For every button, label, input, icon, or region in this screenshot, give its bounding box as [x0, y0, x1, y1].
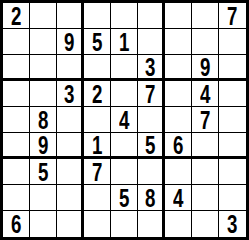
cell-r3c1[interactable]	[3, 55, 30, 81]
sudoku-board: 2795139327484791565758463	[0, 0, 249, 240]
given-digit: 9	[64, 29, 74, 55]
cell-r1c7[interactable]	[165, 3, 192, 29]
cell-r3c8[interactable]: 9	[192, 55, 219, 81]
cell-r2c9[interactable]	[219, 29, 246, 55]
cell-r6c4[interactable]: 1	[84, 133, 111, 159]
given-digit: 3	[227, 211, 237, 237]
cell-r8c7[interactable]: 4	[165, 185, 192, 211]
cell-r7c1[interactable]	[3, 159, 30, 185]
given-digit: 9	[200, 55, 210, 80]
cell-r7c6[interactable]	[138, 159, 165, 185]
cell-r9c8[interactable]	[192, 211, 219, 237]
given-digit: 6	[173, 133, 183, 158]
cell-r3c9[interactable]	[219, 55, 246, 81]
cell-r2c5[interactable]: 1	[111, 29, 138, 55]
given-digit: 8	[145, 185, 155, 211]
cell-r7c3[interactable]	[57, 159, 84, 185]
cell-r4c6[interactable]: 7	[138, 81, 165, 107]
cell-r6c7[interactable]: 6	[165, 133, 192, 159]
cell-r9c7[interactable]	[165, 211, 192, 237]
given-digit: 2	[92, 81, 102, 107]
given-digit: 5	[38, 159, 48, 185]
cell-r6c1[interactable]	[3, 133, 30, 159]
cell-r3c4[interactable]	[84, 55, 111, 81]
cell-r3c5[interactable]	[111, 55, 138, 81]
cell-r9c5[interactable]	[111, 211, 138, 237]
cell-r8c2[interactable]	[30, 185, 57, 211]
cell-r2c7[interactable]	[165, 29, 192, 55]
cell-r4c4[interactable]: 2	[84, 81, 111, 107]
cell-r2c3[interactable]: 9	[57, 29, 84, 55]
given-digit: 7	[200, 107, 210, 133]
cell-r2c2[interactable]	[30, 29, 57, 55]
given-digit: 6	[11, 211, 21, 237]
given-digit: 3	[64, 81, 74, 107]
given-digit: 5	[92, 29, 102, 55]
cell-r5c3[interactable]	[57, 107, 84, 133]
cell-r8c1[interactable]	[3, 185, 30, 211]
cell-r5c5[interactable]: 4	[111, 107, 138, 133]
cell-r2c6[interactable]	[138, 29, 165, 55]
cell-r5c2[interactable]: 8	[30, 107, 57, 133]
cell-r7c4[interactable]: 7	[84, 159, 111, 185]
cell-r7c2[interactable]: 5	[30, 159, 57, 185]
cell-r6c9[interactable]	[219, 133, 246, 159]
cell-r9c3[interactable]	[57, 211, 84, 237]
cell-r6c5[interactable]	[111, 133, 138, 159]
cell-r4c9[interactable]	[219, 81, 246, 107]
cell-r6c3[interactable]	[57, 133, 84, 159]
cell-r9c9[interactable]: 3	[219, 211, 246, 237]
cell-r9c1[interactable]: 6	[3, 211, 30, 237]
cell-r7c9[interactable]	[219, 159, 246, 185]
given-digit: 1	[119, 29, 129, 55]
cell-r4c5[interactable]	[111, 81, 138, 107]
cell-r8c5[interactable]: 5	[111, 185, 138, 211]
cell-r5c8[interactable]: 7	[192, 107, 219, 133]
cell-r1c3[interactable]	[57, 3, 84, 29]
cell-r1c4[interactable]	[84, 3, 111, 29]
given-digit: 8	[38, 107, 48, 133]
given-digit: 5	[119, 185, 129, 211]
cell-r3c6[interactable]: 3	[138, 55, 165, 81]
cell-r9c6[interactable]	[138, 211, 165, 237]
given-digit: 4	[200, 81, 210, 107]
cell-r8c4[interactable]	[84, 185, 111, 211]
given-digit: 7	[227, 3, 237, 29]
cell-r7c8[interactable]	[192, 159, 219, 185]
cell-r4c7[interactable]	[165, 81, 192, 107]
cell-r3c7[interactable]	[165, 55, 192, 81]
cell-r3c2[interactable]	[30, 55, 57, 81]
cell-r6c6[interactable]: 5	[138, 133, 165, 159]
cell-r1c5[interactable]	[111, 3, 138, 29]
cell-r5c1[interactable]	[3, 107, 30, 133]
cell-r5c7[interactable]	[165, 107, 192, 133]
cell-r8c3[interactable]	[57, 185, 84, 211]
cell-r1c1[interactable]: 2	[3, 3, 30, 29]
cell-r2c8[interactable]	[192, 29, 219, 55]
cell-r1c6[interactable]	[138, 3, 165, 29]
given-digit: 5	[145, 133, 155, 158]
cell-r6c2[interactable]: 9	[30, 133, 57, 159]
cell-r2c4[interactable]: 5	[84, 29, 111, 55]
cell-r1c2[interactable]	[30, 3, 57, 29]
cell-r4c3[interactable]: 3	[57, 81, 84, 107]
cell-r1c9[interactable]: 7	[219, 3, 246, 29]
cell-r4c2[interactable]	[30, 81, 57, 107]
cell-r5c4[interactable]	[84, 107, 111, 133]
cell-r5c6[interactable]	[138, 107, 165, 133]
given-digit: 1	[92, 133, 102, 158]
cell-r8c8[interactable]	[192, 185, 219, 211]
given-digit: 7	[145, 81, 155, 107]
cell-r3c3[interactable]	[57, 55, 84, 81]
given-digit: 2	[11, 3, 21, 29]
cell-r9c4[interactable]	[84, 211, 111, 237]
cell-r4c8[interactable]: 4	[192, 81, 219, 107]
cell-r4c1[interactable]	[3, 81, 30, 107]
cell-r7c5[interactable]	[111, 159, 138, 185]
cell-r6c8[interactable]	[192, 133, 219, 159]
cell-r5c9[interactable]	[219, 107, 246, 133]
cell-r2c1[interactable]	[3, 29, 30, 55]
cell-r8c9[interactable]	[219, 185, 246, 211]
cell-r8c6[interactable]: 8	[138, 185, 165, 211]
given-digit: 9	[38, 133, 48, 158]
cell-r1c8[interactable]	[192, 3, 219, 29]
given-digit: 7	[92, 159, 102, 185]
cell-r9c2[interactable]	[30, 211, 57, 237]
given-digit: 3	[145, 55, 155, 80]
given-digit: 4	[173, 185, 183, 211]
cell-r7c7[interactable]	[165, 159, 192, 185]
given-digit: 4	[119, 107, 129, 133]
